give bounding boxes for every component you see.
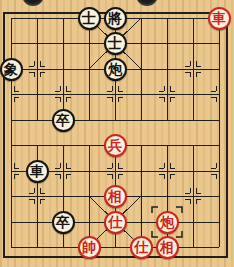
piece-red-cannon[interactable]: 炮 (156, 211, 179, 234)
piece-black-soldier[interactable]: 卒 (52, 211, 75, 234)
piece-black-cannon[interactable]: 炮 (104, 58, 127, 81)
piece-red-soldier[interactable]: 兵 (104, 134, 127, 157)
piece-red-advisor[interactable]: 仕 (104, 211, 127, 234)
piece-black-elephant[interactable]: 象 (0, 58, 23, 81)
piece-black-advisor[interactable]: 士 (78, 7, 101, 30)
xiangqi-board[interactable]: 士將士象炮卒車卒車兵相仕炮帥仕相 (0, 0, 234, 267)
piece-black-general[interactable]: 將 (104, 7, 127, 30)
piece-red-general[interactable]: 帥 (78, 236, 101, 259)
piece-red-elephant[interactable]: 相 (104, 185, 127, 208)
piece-black-soldier[interactable]: 卒 (52, 109, 75, 132)
piece-black-advisor[interactable]: 士 (104, 32, 127, 55)
piece-red-advisor[interactable]: 仕 (130, 236, 153, 259)
piece-red-elephant[interactable]: 相 (156, 236, 179, 259)
piece-black-chariot[interactable]: 車 (26, 160, 49, 183)
piece-red-chariot[interactable]: 車 (208, 7, 231, 30)
